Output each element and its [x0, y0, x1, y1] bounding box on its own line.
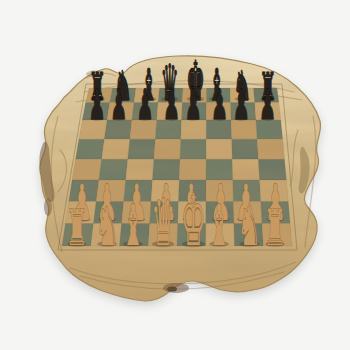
- piece-white-bishop-c1[interactable]: ♝: [122, 191, 145, 257]
- piece-white-knight-g1[interactable]: ♞: [237, 195, 261, 257]
- piece-black-pawn-b7[interactable]: ♟: [110, 81, 127, 130]
- piece-black-pawn-f7[interactable]: ♟: [211, 81, 228, 130]
- piece-white-queen-d1[interactable]: ♛: [151, 184, 175, 260]
- piece-black-pawn-c7[interactable]: ♟: [137, 81, 154, 130]
- photo-canvas: ♜♞♝♛♚♝♞♜♟♟♟♟♟♟♟♟♟♟♟♟♟♟♟♟♜♞♝♛♚♝♞♜: [0, 0, 350, 350]
- piece-white-rook-h1[interactable]: ♜: [264, 198, 287, 256]
- piece-black-pawn-e7[interactable]: ♟: [185, 81, 202, 130]
- piece-black-pawn-g7[interactable]: ♟: [233, 81, 250, 130]
- piece-white-rook-a1[interactable]: ♜: [66, 198, 89, 256]
- piece-white-king-e1[interactable]: ♚: [181, 179, 206, 262]
- piece-black-pawn-d7[interactable]: ♟: [163, 81, 180, 130]
- piece-black-pawn-a7[interactable]: ♟: [89, 81, 106, 130]
- chess-set-photo: ♜♞♝♛♚♝♞♜♟♟♟♟♟♟♟♟♟♟♟♟♟♟♟♟♜♞♝♛♚♝♞♜: [0, 0, 350, 350]
- piece-black-pawn-h7[interactable]: ♟: [259, 81, 276, 130]
- piece-white-knight-b1[interactable]: ♞: [95, 195, 119, 257]
- piece-white-bishop-f1[interactable]: ♝: [208, 191, 231, 257]
